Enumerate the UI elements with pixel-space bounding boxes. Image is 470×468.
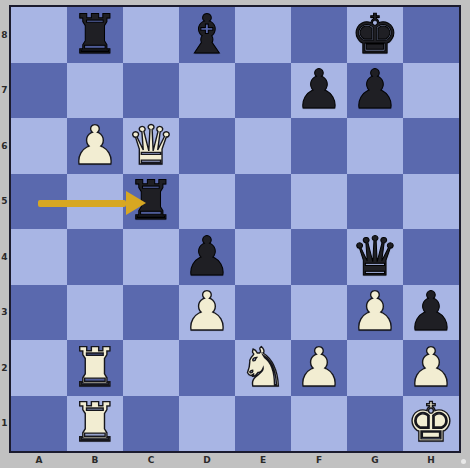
square-b4[interactable] [67, 229, 123, 285]
square-d8[interactable]: ♝ [179, 7, 235, 63]
piece-white-rook-b1[interactable]: ♜ [71, 396, 119, 450]
piece-white-pawn-g3[interactable]: ♟ [351, 285, 399, 339]
square-f3[interactable] [291, 285, 347, 341]
rank-label-4: 4 [0, 252, 9, 262]
square-f7[interactable]: ♟ [291, 63, 347, 119]
square-h4[interactable] [403, 229, 459, 285]
square-a6[interactable] [11, 118, 67, 174]
square-a2[interactable] [11, 340, 67, 396]
file-label-a: A [11, 455, 67, 465]
square-e2[interactable]: ♞ [235, 340, 291, 396]
square-d4[interactable]: ♟ [179, 229, 235, 285]
rank-label-1: 1 [0, 418, 9, 428]
square-h8[interactable] [403, 7, 459, 63]
square-c6[interactable]: ♛ [123, 118, 179, 174]
square-c4[interactable] [123, 229, 179, 285]
square-c1[interactable] [123, 396, 179, 452]
piece-white-king-h1[interactable]: ♚ [407, 396, 455, 450]
rank-label-3: 3 [0, 307, 9, 317]
square-d3[interactable]: ♟ [179, 285, 235, 341]
square-d2[interactable] [179, 340, 235, 396]
file-label-c: C [123, 455, 179, 465]
square-g4[interactable]: ♛ [347, 229, 403, 285]
piece-black-rook-b8[interactable]: ♜ [71, 8, 119, 62]
square-f1[interactable] [291, 396, 347, 452]
square-d7[interactable] [179, 63, 235, 119]
square-h5[interactable] [403, 174, 459, 230]
square-f4[interactable] [291, 229, 347, 285]
square-f5[interactable] [291, 174, 347, 230]
square-g2[interactable] [347, 340, 403, 396]
square-d6[interactable] [179, 118, 235, 174]
chess-board-stage: ♜♝♚♟♟♟♛♜♟♛♟♟♟♜♞♟♟♜♚ 87654321 ABCDEFGH [0, 0, 470, 468]
file-label-h: H [403, 455, 459, 465]
piece-black-pawn-f7[interactable]: ♟ [295, 63, 343, 117]
square-e1[interactable] [235, 396, 291, 452]
square-h2[interactable]: ♟ [403, 340, 459, 396]
square-h7[interactable] [403, 63, 459, 119]
file-label-e: E [235, 455, 291, 465]
square-b8[interactable]: ♜ [67, 7, 123, 63]
file-label-g: G [347, 455, 403, 465]
rank-label-8: 8 [0, 30, 9, 40]
piece-black-queen-g4[interactable]: ♛ [351, 230, 399, 284]
square-c7[interactable] [123, 63, 179, 119]
piece-black-king-g8[interactable]: ♚ [351, 8, 399, 62]
rank-label-2: 2 [0, 363, 9, 373]
square-c5[interactable]: ♜ [123, 174, 179, 230]
square-b2[interactable]: ♜ [67, 340, 123, 396]
square-h3[interactable]: ♟ [403, 285, 459, 341]
piece-white-rook-b2[interactable]: ♜ [71, 341, 119, 395]
square-h6[interactable] [403, 118, 459, 174]
square-e8[interactable] [235, 7, 291, 63]
file-label-b: B [67, 455, 123, 465]
piece-black-bishop-d8[interactable]: ♝ [183, 8, 231, 62]
piece-white-pawn-d3[interactable]: ♟ [183, 285, 231, 339]
square-c3[interactable] [123, 285, 179, 341]
square-a5[interactable] [11, 174, 67, 230]
square-g3[interactable]: ♟ [347, 285, 403, 341]
square-g7[interactable]: ♟ [347, 63, 403, 119]
corner-dot [461, 459, 466, 464]
square-g6[interactable] [347, 118, 403, 174]
square-c2[interactable] [123, 340, 179, 396]
piece-black-pawn-g7[interactable]: ♟ [351, 63, 399, 117]
square-g8[interactable]: ♚ [347, 7, 403, 63]
square-g1[interactable] [347, 396, 403, 452]
piece-white-knight-e2[interactable]: ♞ [239, 341, 287, 395]
rank-label-7: 7 [0, 85, 9, 95]
rank-label-5: 5 [0, 196, 9, 206]
square-e3[interactable] [235, 285, 291, 341]
square-a3[interactable] [11, 285, 67, 341]
square-h1[interactable]: ♚ [403, 396, 459, 452]
square-f2[interactable]: ♟ [291, 340, 347, 396]
square-e5[interactable] [235, 174, 291, 230]
square-c8[interactable] [123, 7, 179, 63]
square-b6[interactable]: ♟ [67, 118, 123, 174]
square-b1[interactable]: ♜ [67, 396, 123, 452]
square-d1[interactable] [179, 396, 235, 452]
piece-black-rook-c5[interactable]: ♜ [127, 174, 175, 228]
square-a8[interactable] [11, 7, 67, 63]
square-e7[interactable] [235, 63, 291, 119]
square-f8[interactable] [291, 7, 347, 63]
piece-black-pawn-d4[interactable]: ♟ [183, 230, 231, 284]
square-a1[interactable] [11, 396, 67, 452]
piece-black-pawn-h3[interactable]: ♟ [407, 285, 455, 339]
square-d5[interactable] [179, 174, 235, 230]
file-label-d: D [179, 455, 235, 465]
file-label-f: F [291, 455, 347, 465]
chess-board: ♜♝♚♟♟♟♛♜♟♛♟♟♟♜♞♟♟♜♚ [11, 7, 459, 451]
piece-white-pawn-f2[interactable]: ♟ [295, 341, 343, 395]
square-e6[interactable] [235, 118, 291, 174]
square-e4[interactable] [235, 229, 291, 285]
square-a7[interactable] [11, 63, 67, 119]
square-b7[interactable] [67, 63, 123, 119]
piece-white-queen-c6[interactable]: ♛ [127, 119, 175, 173]
square-b5[interactable] [67, 174, 123, 230]
square-f6[interactable] [291, 118, 347, 174]
rank-label-6: 6 [0, 141, 9, 151]
board-frame: ♜♝♚♟♟♟♛♜♟♛♟♟♟♜♞♟♟♜♚ [9, 5, 461, 453]
piece-white-pawn-b6[interactable]: ♟ [71, 119, 119, 173]
square-a4[interactable] [11, 229, 67, 285]
square-b3[interactable] [67, 285, 123, 341]
square-g5[interactable] [347, 174, 403, 230]
piece-white-pawn-h2[interactable]: ♟ [407, 341, 455, 395]
